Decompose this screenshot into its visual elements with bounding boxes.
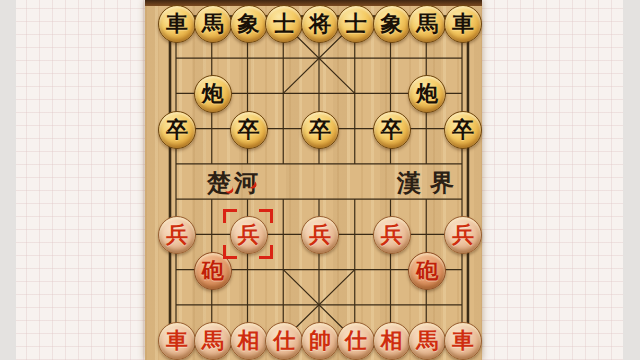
piece-red-advisor[interactable]: 仕 <box>337 322 375 360</box>
piece-black-advisor[interactable]: 士 <box>337 5 375 43</box>
piece-red-cannon[interactable]: 砲 <box>194 252 232 290</box>
piece-black-elephant[interactable]: 象 <box>373 5 411 43</box>
piece-black-general[interactable]: 将 <box>301 5 339 43</box>
piece-black-soldier[interactable]: 卒 <box>230 111 268 149</box>
piece-black-soldier[interactable]: 卒 <box>444 111 482 149</box>
page-margin-right <box>623 0 640 360</box>
piece-black-chariot[interactable]: 車 <box>444 5 482 43</box>
piece-red-chariot[interactable]: 車 <box>158 322 196 360</box>
page-margin-left <box>0 0 16 360</box>
piece-red-general[interactable]: 帥 <box>301 322 339 360</box>
piece-black-cannon[interactable]: 炮 <box>194 75 232 113</box>
piece-black-soldier[interactable]: 卒 <box>158 111 196 149</box>
piece-black-elephant[interactable]: 象 <box>230 5 268 43</box>
piece-black-soldier[interactable]: 卒 <box>301 111 339 149</box>
piece-black-advisor[interactable]: 士 <box>265 5 303 43</box>
piece-red-horse[interactable]: 馬 <box>194 322 232 360</box>
piece-red-advisor[interactable]: 仕 <box>265 322 303 360</box>
piece-black-horse[interactable]: 馬 <box>408 5 446 43</box>
river-label-right: 漢界 <box>397 167 463 199</box>
xiangqi-board[interactable]: 楚河 漢界 車馬象士将士象馬車炮炮卒卒卒卒卒兵兵兵兵兵砲砲車馬相仕帥仕相馬車 <box>145 0 482 360</box>
piece-red-elephant[interactable]: 相 <box>230 322 268 360</box>
piece-red-horse[interactable]: 馬 <box>408 322 446 360</box>
piece-black-soldier[interactable]: 卒 <box>373 111 411 149</box>
piece-red-soldier[interactable]: 兵 <box>373 216 411 254</box>
piece-red-soldier[interactable]: 兵 <box>230 216 268 254</box>
piece-black-horse[interactable]: 馬 <box>194 5 232 43</box>
piece-black-chariot[interactable]: 車 <box>158 5 196 43</box>
piece-red-chariot[interactable]: 車 <box>444 322 482 360</box>
piece-red-elephant[interactable]: 相 <box>373 322 411 360</box>
piece-red-cannon[interactable]: 砲 <box>408 252 446 290</box>
